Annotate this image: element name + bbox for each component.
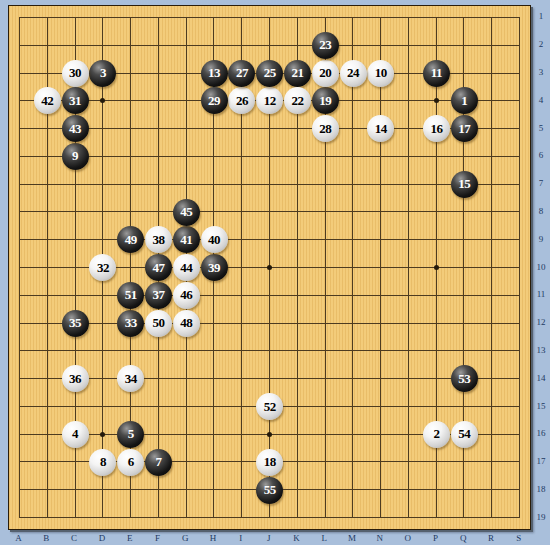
star-point [100,432,105,437]
stone-white-10[interactable]: 10 [367,60,394,87]
star-point [267,265,272,270]
stone-white-30[interactable]: 30 [62,60,89,87]
column-label: P [422,532,450,545]
go-board[interactable]: 1234567891011121314151617181920212223242… [8,5,531,530]
stone-white-34[interactable]: 34 [117,365,144,392]
stone-white-6[interactable]: 6 [117,449,144,476]
stone-black-51[interactable]: 51 [117,282,144,309]
row-label: 19 [532,503,550,531]
board-stones-layer: 1234567891011121314151617181920212223242… [6,4,534,532]
stone-white-42[interactable]: 42 [34,87,61,114]
column-label: O [394,532,422,545]
stone-black-29[interactable]: 29 [201,87,228,114]
row-label: 15 [532,392,550,420]
column-labels: ABCDEFGHIJKLMNOPQRS [5,532,533,545]
stone-black-49[interactable]: 49 [117,226,144,253]
go-game-diagram: 1234567891011121314151617181920212223242… [0,0,550,545]
row-label: 1 [532,3,550,31]
stone-black-11[interactable]: 11 [423,60,450,87]
row-label: 7 [532,169,550,197]
stone-white-48[interactable]: 48 [173,310,200,337]
stone-black-21[interactable]: 21 [284,60,311,87]
stone-white-20[interactable]: 20 [312,60,339,87]
stone-black-31[interactable]: 31 [62,87,89,114]
stone-black-47[interactable]: 47 [145,254,172,281]
stone-black-33[interactable]: 33 [117,310,144,337]
column-label: R [477,532,505,545]
row-label: 17 [532,447,550,475]
stone-black-39[interactable]: 39 [201,254,228,281]
star-point [434,265,439,270]
row-label: 18 [532,475,550,503]
stone-black-17[interactable]: 17 [451,115,478,142]
column-label: D [88,532,116,545]
stone-white-28[interactable]: 28 [312,115,339,142]
stone-white-32[interactable]: 32 [89,254,116,281]
stone-white-8[interactable]: 8 [89,449,116,476]
row-label: 11 [532,281,550,309]
stone-white-16[interactable]: 16 [423,115,450,142]
row-label: 10 [532,253,550,281]
column-label: Q [449,532,477,545]
row-labels: 12345678910111213141516171819 [532,3,550,531]
row-label: 2 [532,30,550,58]
stone-white-52[interactable]: 52 [256,393,283,420]
stone-black-7[interactable]: 7 [145,449,172,476]
column-label: I [227,532,255,545]
stone-black-41[interactable]: 41 [173,226,200,253]
stone-black-25[interactable]: 25 [256,60,283,87]
column-label: H [199,532,227,545]
stone-black-43[interactable]: 43 [62,115,89,142]
stone-white-12[interactable]: 12 [256,87,283,114]
stone-white-38[interactable]: 38 [145,226,172,253]
row-label: 9 [532,225,550,253]
stone-white-4[interactable]: 4 [62,421,89,448]
row-label: 4 [532,86,550,114]
stone-white-24[interactable]: 24 [340,60,367,87]
row-label: 12 [532,308,550,336]
stone-black-55[interactable]: 55 [256,477,283,504]
stone-white-14[interactable]: 14 [367,115,394,142]
row-label: 6 [532,142,550,170]
column-label: M [338,532,366,545]
stone-white-50[interactable]: 50 [145,310,172,337]
stone-black-45[interactable]: 45 [173,199,200,226]
stone-black-3[interactable]: 3 [89,60,116,87]
row-label: 16 [532,420,550,448]
stone-black-35[interactable]: 35 [62,310,89,337]
stone-black-15[interactable]: 15 [451,171,478,198]
stone-black-13[interactable]: 13 [201,60,228,87]
stone-black-19[interactable]: 19 [312,87,339,114]
row-label: 8 [532,197,550,225]
row-label: 13 [532,336,550,364]
star-point [267,432,272,437]
row-label: 14 [532,364,550,392]
stone-white-2[interactable]: 2 [423,421,450,448]
stone-black-53[interactable]: 53 [451,365,478,392]
star-point [434,98,439,103]
column-label: S [505,532,533,545]
column-label: E [116,532,144,545]
row-label: 5 [532,114,550,142]
column-label: A [5,532,33,545]
stone-white-46[interactable]: 46 [173,282,200,309]
stone-black-37[interactable]: 37 [145,282,172,309]
stone-white-54[interactable]: 54 [451,421,478,448]
stone-black-9[interactable]: 9 [62,143,89,170]
stone-white-22[interactable]: 22 [284,87,311,114]
column-label: K [283,532,311,545]
stone-white-18[interactable]: 18 [256,449,283,476]
column-label: F [144,532,172,545]
column-label: L [310,532,338,545]
stone-black-23[interactable]: 23 [312,32,339,59]
column-label: C [60,532,88,545]
stone-white-36[interactable]: 36 [62,365,89,392]
stone-black-27[interactable]: 27 [228,60,255,87]
column-label: B [32,532,60,545]
stone-black-5[interactable]: 5 [117,421,144,448]
star-point [100,98,105,103]
row-label: 3 [532,58,550,86]
column-label: J [255,532,283,545]
stone-white-26[interactable]: 26 [228,87,255,114]
column-label: G [171,532,199,545]
stone-black-1[interactable]: 1 [451,87,478,114]
stone-white-40[interactable]: 40 [201,226,228,253]
column-label: N [366,532,394,545]
stone-white-44[interactable]: 44 [173,254,200,281]
